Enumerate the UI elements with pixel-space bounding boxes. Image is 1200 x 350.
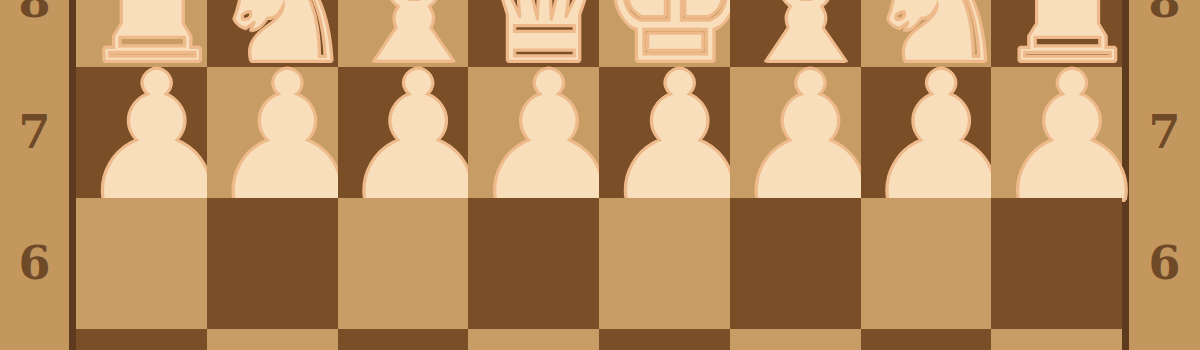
square-g5[interactable]: [861, 329, 992, 350]
square-h5[interactable]: [991, 329, 1122, 350]
square-c6[interactable]: [338, 198, 469, 329]
square-h7[interactable]: ♟: [991, 67, 1122, 198]
square-e8[interactable]: ♚: [599, 0, 730, 67]
rank-labels-right: 876: [1129, 0, 1200, 328]
square-e7[interactable]: ♟: [599, 67, 730, 198]
square-b7[interactable]: ♟: [207, 67, 338, 198]
rank-labels-left: 876: [0, 0, 69, 328]
square-a8[interactable]: ♜: [76, 0, 207, 67]
square-e6[interactable]: [599, 198, 730, 329]
square-g7[interactable]: ♟: [861, 67, 992, 198]
chess-board: ♜♞♝♛♚♝♞♜♟♟♟♟♟♟♟♟ 876 876: [0, 0, 1200, 350]
square-f8[interactable]: ♝: [730, 0, 861, 67]
square-d7[interactable]: ♟: [468, 67, 599, 198]
board-frame: ♜♞♝♛♚♝♞♜♟♟♟♟♟♟♟♟: [69, 0, 1129, 350]
rank-label-6: 6: [1129, 197, 1200, 328]
square-g6[interactable]: [861, 198, 992, 329]
rank-label-8: 8: [1129, 0, 1200, 66]
square-d8[interactable]: ♛: [468, 0, 599, 67]
rank-label-7: 7: [1129, 66, 1200, 197]
square-e5[interactable]: [599, 329, 730, 350]
square-c5[interactable]: [338, 329, 469, 350]
square-b5[interactable]: [207, 329, 338, 350]
square-f7[interactable]: ♟: [730, 67, 861, 198]
board-grid[interactable]: ♜♞♝♛♚♝♞♜♟♟♟♟♟♟♟♟: [76, 0, 1122, 350]
rank-label-7: 7: [0, 66, 69, 197]
square-g8[interactable]: ♞: [861, 0, 992, 67]
square-a7[interactable]: ♟: [76, 67, 207, 198]
rank-label-6: 6: [0, 197, 69, 328]
square-h6[interactable]: [991, 198, 1122, 329]
square-b6[interactable]: [207, 198, 338, 329]
square-c8[interactable]: ♝: [338, 0, 469, 67]
square-c7[interactable]: ♟: [338, 67, 469, 198]
square-b8[interactable]: ♞: [207, 0, 338, 67]
square-h8[interactable]: ♜: [991, 0, 1122, 67]
square-f6[interactable]: [730, 198, 861, 329]
square-d6[interactable]: [468, 198, 599, 329]
square-f5[interactable]: [730, 329, 861, 350]
square-a6[interactable]: [76, 198, 207, 329]
square-a5[interactable]: [76, 329, 207, 350]
square-d5[interactable]: [468, 329, 599, 350]
rank-label-8: 8: [0, 0, 69, 66]
